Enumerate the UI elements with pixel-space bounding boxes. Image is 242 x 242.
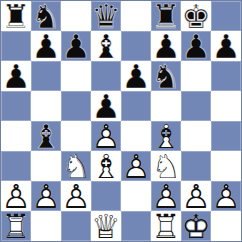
square-f5[interactable] — [151, 91, 181, 121]
square-a3[interactable] — [1, 151, 31, 181]
white-piece-fill: ♛ — [91, 211, 121, 241]
white-knight-c3[interactable]: ♞♘ — [61, 151, 91, 181]
square-h1[interactable] — [211, 211, 241, 241]
black-piece-glyph: ♝ — [31, 121, 61, 151]
black-queen-d8[interactable]: ♛ — [91, 1, 121, 31]
black-piece-glyph: ♜ — [151, 1, 181, 31]
white-pawn-d4[interactable]: ♟♙ — [91, 121, 121, 151]
black-pawn-c7[interactable]: ♟ — [61, 31, 91, 61]
square-c3[interactable]: ♞♘ — [61, 151, 91, 181]
square-e8[interactable] — [121, 1, 151, 31]
white-piece-fill: ♟ — [1, 181, 31, 211]
black-piece-glyph: ♛ — [91, 1, 121, 31]
square-g4[interactable] — [181, 121, 211, 151]
square-f2[interactable]: ♟♙ — [151, 181, 181, 211]
square-h5[interactable] — [211, 91, 241, 121]
white-piece-outline: ♙ — [181, 181, 211, 211]
square-e5[interactable] — [121, 91, 151, 121]
square-d6[interactable] — [91, 61, 121, 91]
white-piece-fill: ♝ — [151, 121, 181, 151]
black-piece-glyph: ♚ — [181, 1, 211, 31]
square-e1[interactable] — [121, 211, 151, 241]
black-bishop-b4[interactable]: ♝ — [31, 121, 61, 151]
square-c7[interactable]: ♟ — [61, 31, 91, 61]
black-piece-glyph: ♟ — [61, 31, 91, 61]
white-rook-a1[interactable]: ♜♖ — [1, 211, 31, 241]
square-d5[interactable]: ♟ — [91, 91, 121, 121]
white-queen-d1[interactable]: ♛♕ — [91, 211, 121, 241]
square-f7[interactable]: ♟ — [151, 31, 181, 61]
square-e4[interactable] — [121, 121, 151, 151]
square-g7[interactable]: ♟ — [181, 31, 211, 61]
square-g6[interactable] — [181, 61, 211, 91]
black-pawn-b7[interactable]: ♟ — [31, 31, 61, 61]
square-h6[interactable] — [211, 61, 241, 91]
square-c4[interactable] — [61, 121, 91, 151]
square-h3[interactable] — [211, 151, 241, 181]
square-a7[interactable] — [1, 31, 31, 61]
white-piece-fill: ♟ — [151, 181, 181, 211]
square-f1[interactable]: ♜♖ — [151, 211, 181, 241]
white-piece-fill: ♟ — [181, 181, 211, 211]
black-rook-a8[interactable]: ♜ — [1, 1, 31, 31]
white-pawn-f2[interactable]: ♟♙ — [151, 181, 181, 211]
square-g5[interactable] — [181, 91, 211, 121]
black-piece-glyph: ♟ — [31, 31, 61, 61]
white-piece-fill: ♜ — [1, 211, 31, 241]
square-d7[interactable]: ♝ — [91, 31, 121, 61]
white-piece-fill: ♟ — [211, 181, 241, 211]
white-piece-fill: ♟ — [61, 181, 91, 211]
square-h2[interactable]: ♟♙ — [211, 181, 241, 211]
white-king-g1[interactable]: ♚♔ — [181, 211, 211, 241]
white-piece-outline: ♙ — [31, 181, 61, 211]
white-pawn-b2[interactable]: ♟♙ — [31, 181, 61, 211]
white-piece-outline: ♙ — [1, 181, 31, 211]
white-piece-outline: ♕ — [91, 211, 121, 241]
black-piece-glyph: ♟ — [211, 31, 241, 61]
square-g3[interactable] — [181, 151, 211, 181]
white-pawn-e3[interactable]: ♟♙ — [121, 151, 151, 181]
square-f4[interactable]: ♝♗ — [151, 121, 181, 151]
square-g2[interactable]: ♟♙ — [181, 181, 211, 211]
black-piece-glyph: ♟ — [151, 31, 181, 61]
white-piece-outline: ♔ — [181, 211, 211, 241]
black-piece-glyph: ♟ — [1, 61, 31, 91]
white-piece-outline: ♖ — [151, 211, 181, 241]
black-piece-glyph: ♞ — [151, 61, 181, 91]
square-b2[interactable]: ♟♙ — [31, 181, 61, 211]
square-c1[interactable] — [61, 211, 91, 241]
square-a4[interactable] — [1, 121, 31, 151]
square-g1[interactable]: ♚♔ — [181, 211, 211, 241]
black-king-g8[interactable]: ♚ — [181, 1, 211, 31]
black-pawn-g7[interactable]: ♟ — [181, 31, 211, 61]
square-d3[interactable]: ♝♗ — [91, 151, 121, 181]
square-h4[interactable] — [211, 121, 241, 151]
square-h7[interactable]: ♟ — [211, 31, 241, 61]
square-h8[interactable] — [211, 1, 241, 31]
white-piece-fill: ♞ — [151, 151, 181, 181]
square-f3[interactable]: ♞♘ — [151, 151, 181, 181]
white-piece-fill: ♞ — [61, 151, 91, 181]
square-a2[interactable]: ♟♙ — [1, 181, 31, 211]
black-knight-b8[interactable]: ♞ — [31, 1, 61, 31]
square-f6[interactable]: ♞ — [151, 61, 181, 91]
white-piece-outline: ♘ — [61, 151, 91, 181]
black-piece-glyph: ♜ — [1, 1, 31, 31]
black-knight-f6[interactable]: ♞ — [151, 61, 181, 91]
square-b4[interactable]: ♝ — [31, 121, 61, 151]
square-a5[interactable] — [1, 91, 31, 121]
black-bishop-d7[interactable]: ♝ — [91, 31, 121, 61]
white-piece-outline: ♗ — [151, 121, 181, 151]
square-a1[interactable]: ♜♖ — [1, 211, 31, 241]
square-d8[interactable]: ♛ — [91, 1, 121, 31]
white-piece-outline: ♙ — [91, 121, 121, 151]
white-piece-outline: ♙ — [121, 151, 151, 181]
square-e2[interactable] — [121, 181, 151, 211]
black-pawn-e6[interactable]: ♟ — [121, 61, 151, 91]
white-piece-outline: ♘ — [151, 151, 181, 181]
black-pawn-h7[interactable]: ♟ — [211, 31, 241, 61]
chess-board: ♜♞♛♜♚♟♟♝♟♟♟♟♟♞♟♝♟♙♝♗♞♘♝♗♟♙♞♘♟♙♟♙♟♙♟♙♟♙♟♙… — [0, 0, 242, 242]
square-b1[interactable] — [31, 211, 61, 241]
white-piece-fill: ♟ — [121, 151, 151, 181]
white-piece-outline: ♙ — [151, 181, 181, 211]
white-piece-outline: ♖ — [1, 211, 31, 241]
black-pawn-a6[interactable]: ♟ — [1, 61, 31, 91]
white-piece-fill: ♜ — [151, 211, 181, 241]
square-b7[interactable]: ♟ — [31, 31, 61, 61]
white-pawn-h2[interactable]: ♟♙ — [211, 181, 241, 211]
white-bishop-d3[interactable]: ♝♗ — [91, 151, 121, 181]
square-e3[interactable]: ♟♙ — [121, 151, 151, 181]
square-g8[interactable]: ♚ — [181, 1, 211, 31]
white-pawn-g2[interactable]: ♟♙ — [181, 181, 211, 211]
square-b5[interactable] — [31, 91, 61, 121]
white-rook-f1[interactable]: ♜♖ — [151, 211, 181, 241]
square-a6[interactable]: ♟ — [1, 61, 31, 91]
square-a8[interactable]: ♜ — [1, 1, 31, 31]
square-b8[interactable]: ♞ — [31, 1, 61, 31]
white-pawn-a2[interactable]: ♟♙ — [1, 181, 31, 211]
white-piece-outline: ♗ — [91, 151, 121, 181]
square-c6[interactable] — [61, 61, 91, 91]
white-piece-fill: ♟ — [31, 181, 61, 211]
square-b6[interactable] — [31, 61, 61, 91]
black-piece-glyph: ♝ — [91, 31, 121, 61]
black-pawn-f7[interactable]: ♟ — [151, 31, 181, 61]
white-piece-fill: ♟ — [91, 121, 121, 151]
white-bishop-f4[interactable]: ♝♗ — [151, 121, 181, 151]
black-piece-glyph: ♞ — [31, 1, 61, 31]
black-pawn-d5[interactable]: ♟ — [91, 91, 121, 121]
square-c8[interactable] — [61, 1, 91, 31]
square-b3[interactable] — [31, 151, 61, 181]
black-piece-glyph: ♟ — [121, 61, 151, 91]
white-piece-fill: ♚ — [181, 211, 211, 241]
white-knight-f3[interactable]: ♞♘ — [151, 151, 181, 181]
white-piece-outline: ♙ — [211, 181, 241, 211]
black-piece-glyph: ♟ — [181, 31, 211, 61]
black-rook-f8[interactable]: ♜ — [151, 1, 181, 31]
black-piece-glyph: ♟ — [91, 91, 121, 121]
square-c2[interactable]: ♟♙ — [61, 181, 91, 211]
white-pawn-c2[interactable]: ♟♙ — [61, 181, 91, 211]
white-piece-outline: ♙ — [61, 181, 91, 211]
square-d1[interactable]: ♛♕ — [91, 211, 121, 241]
white-piece-fill: ♝ — [91, 151, 121, 181]
square-d2[interactable] — [91, 181, 121, 211]
square-c5[interactable] — [61, 91, 91, 121]
square-f8[interactable]: ♜ — [151, 1, 181, 31]
square-e7[interactable] — [121, 31, 151, 61]
square-d4[interactable]: ♟♙ — [91, 121, 121, 151]
square-e6[interactable]: ♟ — [121, 61, 151, 91]
